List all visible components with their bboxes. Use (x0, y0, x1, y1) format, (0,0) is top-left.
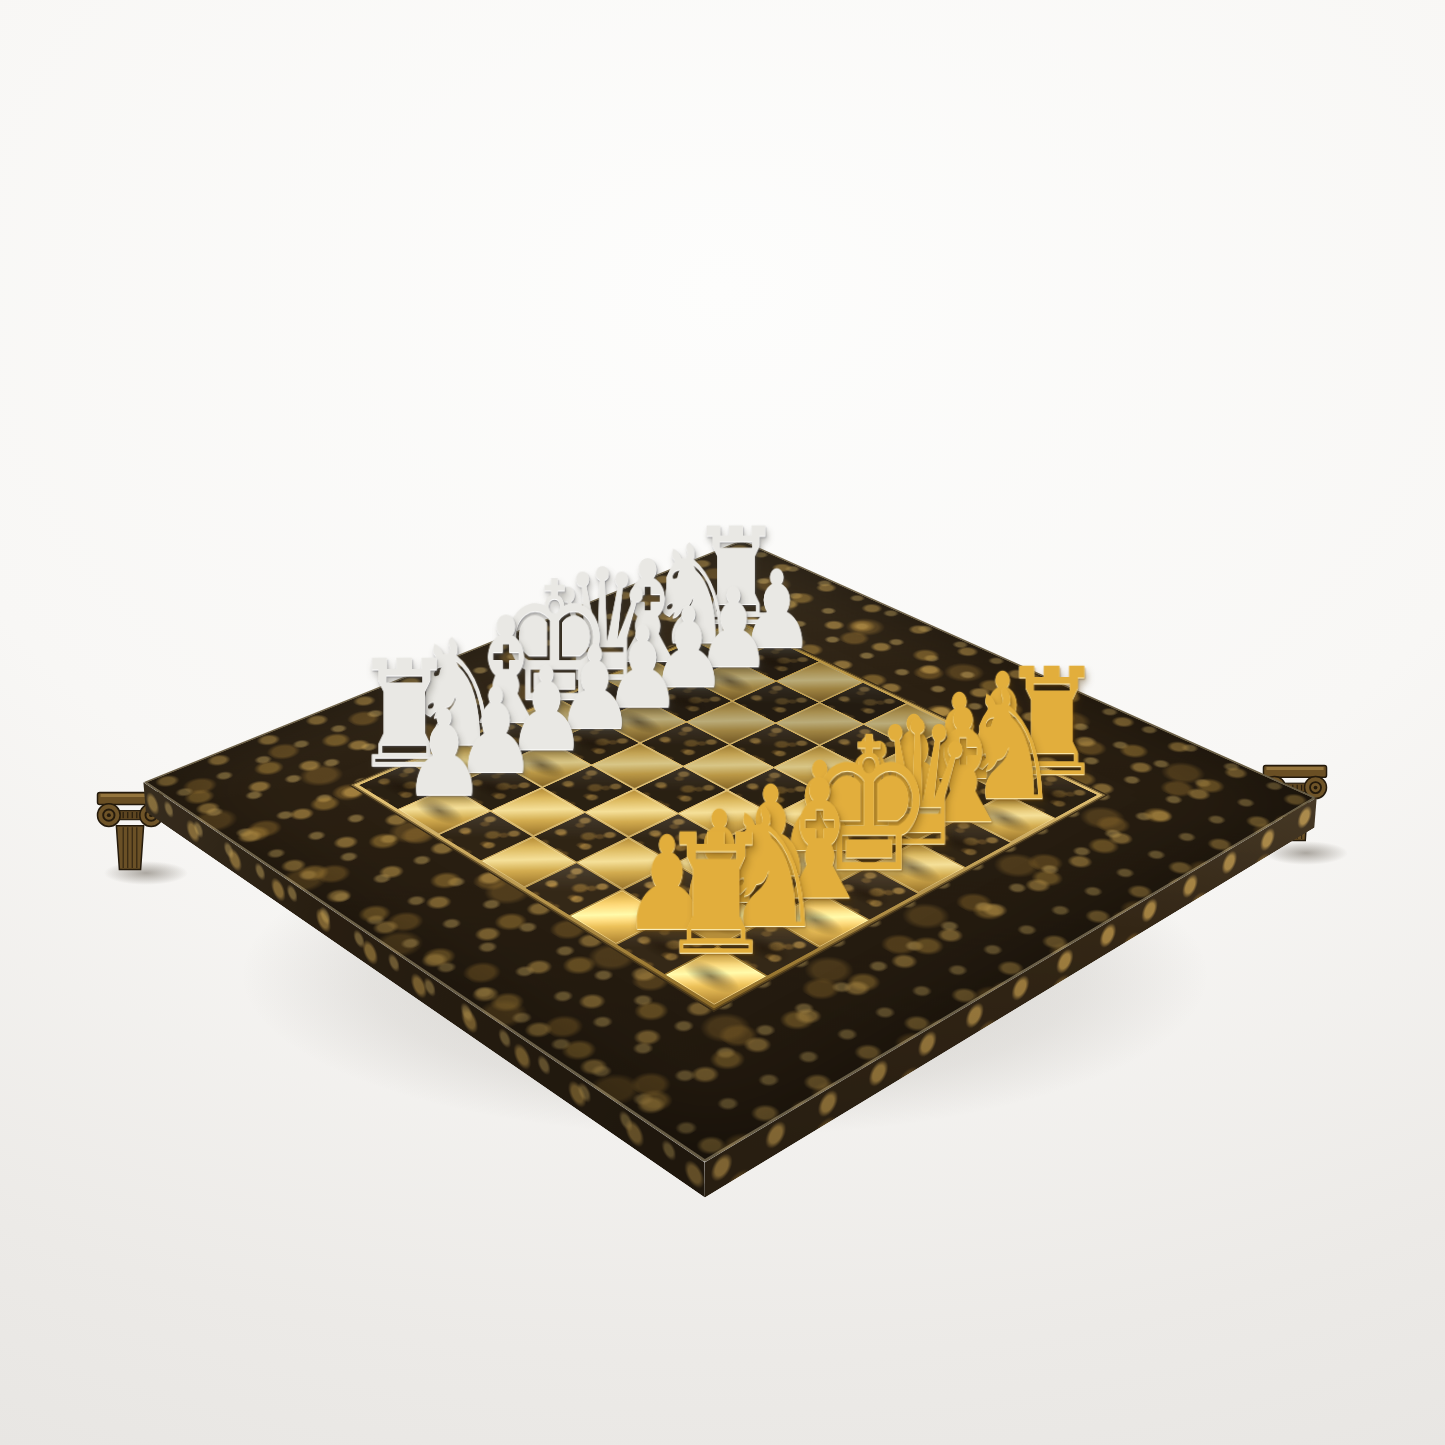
square-r5c5 (680, 791, 771, 838)
square-r7c5 (579, 838, 673, 888)
product-photo: ♜♜♞♞♝♝♛♛♚♚♝♝♞♞♜♜♟♟♟♟♟♟♟♟♟♟♟♟♟♟♟♟♟♟♟♟♟♟♟♟… (0, 0, 1445, 1445)
chess-board: ♜♜♞♞♝♝♛♛♚♚♝♝♞♞♜♜♟♟♟♟♟♟♟♟♟♟♟♟♟♟♟♟♟♟♟♟♟♟♟♟… (143, 540, 1316, 1162)
scene-perspective: ♜♜♞♞♝♝♛♛♚♚♝♝♞♞♜♜♟♟♟♟♟♟♟♟♟♟♟♟♟♟♟♟♟♟♟♟♟♟♟♟… (0, 0, 1445, 1445)
